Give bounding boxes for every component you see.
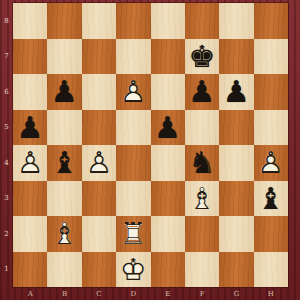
square-h8 xyxy=(254,3,288,39)
square-g7 xyxy=(219,39,253,75)
file-labels: ABCDEFGH xyxy=(13,287,288,300)
black-pawn: ♟ xyxy=(13,110,47,146)
rank-labels: 87654321 xyxy=(0,3,13,287)
white-bishop: ♝♗ xyxy=(47,216,81,252)
piece-outline-glyph: ♙ xyxy=(116,74,150,110)
square-b5 xyxy=(47,110,81,146)
square-f7: ♚ xyxy=(185,39,219,75)
square-e1 xyxy=(151,252,185,288)
square-d7 xyxy=(116,39,150,75)
square-f8 xyxy=(185,3,219,39)
piece-outline-glyph: ♔ xyxy=(116,252,150,288)
square-h1 xyxy=(254,252,288,288)
square-e8 xyxy=(151,3,185,39)
black-bishop: ♝ xyxy=(254,181,288,217)
square-a8 xyxy=(13,3,47,39)
square-g3 xyxy=(219,181,253,217)
square-h7 xyxy=(254,39,288,75)
piece-outline-glyph: ♖ xyxy=(116,216,150,252)
file-label-f: F xyxy=(185,287,219,300)
piece-solid-glyph: ♝ xyxy=(47,145,81,181)
square-g1 xyxy=(219,252,253,288)
rank-label-6: 6 xyxy=(0,74,13,110)
square-a7 xyxy=(13,39,47,75)
square-b2: ♝♗ xyxy=(47,216,81,252)
square-b3 xyxy=(47,181,81,217)
square-d3 xyxy=(116,181,150,217)
square-c6 xyxy=(82,74,116,110)
black-pawn: ♟ xyxy=(47,74,81,110)
square-a1 xyxy=(13,252,47,288)
square-h3: ♝ xyxy=(254,181,288,217)
white-bishop: ♝♗ xyxy=(185,181,219,217)
file-label-d: D xyxy=(116,287,150,300)
square-f2 xyxy=(185,216,219,252)
piece-solid-glyph: ♞ xyxy=(185,145,219,181)
rank-label-5: 5 xyxy=(0,110,13,146)
square-c5 xyxy=(82,110,116,146)
square-a2 xyxy=(13,216,47,252)
square-b7 xyxy=(47,39,81,75)
rank-label-1: 1 xyxy=(0,252,13,288)
square-c2 xyxy=(82,216,116,252)
square-a4: ♟♙ xyxy=(13,145,47,181)
square-e3 xyxy=(151,181,185,217)
square-h6 xyxy=(254,74,288,110)
square-d8 xyxy=(116,3,150,39)
square-f6: ♟ xyxy=(185,74,219,110)
square-e5: ♟ xyxy=(151,110,185,146)
white-rook: ♜♖ xyxy=(116,216,150,252)
piece-outline-glyph: ♙ xyxy=(254,145,288,181)
square-a6 xyxy=(13,74,47,110)
square-d2: ♜♖ xyxy=(116,216,150,252)
square-g6: ♟ xyxy=(219,74,253,110)
square-c4: ♟♙ xyxy=(82,145,116,181)
square-g4 xyxy=(219,145,253,181)
square-h2 xyxy=(254,216,288,252)
square-b6: ♟ xyxy=(47,74,81,110)
file-label-a: A xyxy=(13,287,47,300)
white-pawn: ♟♙ xyxy=(13,145,47,181)
file-label-g: G xyxy=(219,287,253,300)
black-bishop: ♝ xyxy=(47,145,81,181)
square-f5 xyxy=(185,110,219,146)
piece-outline-glyph: ♙ xyxy=(13,145,47,181)
black-knight: ♞ xyxy=(185,145,219,181)
piece-solid-glyph: ♟ xyxy=(151,110,185,146)
square-h4: ♟♙ xyxy=(254,145,288,181)
black-king: ♚ xyxy=(185,39,219,75)
square-d1: ♚♔ xyxy=(116,252,150,288)
piece-solid-glyph: ♟ xyxy=(185,74,219,110)
square-b4: ♝ xyxy=(47,145,81,181)
square-g5 xyxy=(219,110,253,146)
square-d5 xyxy=(116,110,150,146)
square-c1 xyxy=(82,252,116,288)
square-e7 xyxy=(151,39,185,75)
file-label-h: H xyxy=(254,287,288,300)
piece-outline-glyph: ♙ xyxy=(82,145,116,181)
white-king: ♚♔ xyxy=(116,252,150,288)
rank-label-2: 2 xyxy=(0,216,13,252)
square-f4: ♞ xyxy=(185,145,219,181)
white-pawn: ♟♙ xyxy=(82,145,116,181)
white-pawn: ♟♙ xyxy=(254,145,288,181)
chessboard-frame: ♚♟♟♙♟♟♟♟♟♙♝♟♙♞♟♙♝♗♝♝♗♜♖♚♔ 87654321 ABCDE… xyxy=(0,0,300,300)
piece-solid-glyph: ♟ xyxy=(47,74,81,110)
square-c8 xyxy=(82,3,116,39)
black-pawn: ♟ xyxy=(185,74,219,110)
piece-solid-glyph: ♝ xyxy=(254,181,288,217)
file-label-c: C xyxy=(82,287,116,300)
square-f3: ♝♗ xyxy=(185,181,219,217)
square-g2 xyxy=(219,216,253,252)
square-g8 xyxy=(219,3,253,39)
square-d4 xyxy=(116,145,150,181)
piece-solid-glyph: ♟ xyxy=(219,74,253,110)
file-label-b: B xyxy=(47,287,81,300)
rank-label-4: 4 xyxy=(0,145,13,181)
square-d6: ♟♙ xyxy=(116,74,150,110)
square-b1 xyxy=(47,252,81,288)
square-c7 xyxy=(82,39,116,75)
square-a5: ♟ xyxy=(13,110,47,146)
square-e4 xyxy=(151,145,185,181)
square-e2 xyxy=(151,216,185,252)
square-f1 xyxy=(185,252,219,288)
square-c3 xyxy=(82,181,116,217)
piece-solid-glyph: ♟ xyxy=(13,110,47,146)
black-pawn: ♟ xyxy=(219,74,253,110)
chess-board: ♚♟♟♙♟♟♟♟♟♙♝♟♙♞♟♙♝♗♝♝♗♜♖♚♔ xyxy=(13,3,288,287)
piece-outline-glyph: ♗ xyxy=(47,216,81,252)
square-h5 xyxy=(254,110,288,146)
black-pawn: ♟ xyxy=(151,110,185,146)
piece-solid-glyph: ♚ xyxy=(185,39,219,75)
square-e6 xyxy=(151,74,185,110)
file-label-e: E xyxy=(151,287,185,300)
rank-label-7: 7 xyxy=(0,39,13,75)
rank-label-8: 8 xyxy=(0,3,13,39)
rank-label-3: 3 xyxy=(0,181,13,217)
square-b8 xyxy=(47,3,81,39)
white-pawn: ♟♙ xyxy=(116,74,150,110)
piece-outline-glyph: ♗ xyxy=(185,181,219,217)
square-a3 xyxy=(13,181,47,217)
